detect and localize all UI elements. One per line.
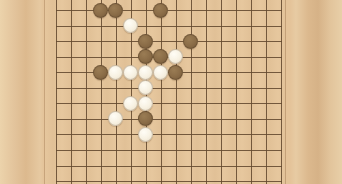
grid-line-vertical: [236, 0, 237, 184]
grid-line-horizontal: [56, 10, 283, 11]
grid-line-vertical: [191, 0, 192, 184]
grid-line-horizontal: [56, 134, 283, 135]
stone-white[interactable]: [138, 80, 153, 95]
grid-line-horizontal: [56, 119, 283, 120]
grid-line-horizontal: [56, 166, 283, 167]
grid-line-vertical: [116, 0, 117, 184]
stone-white[interactable]: [138, 127, 153, 142]
grid-line-vertical: [221, 0, 222, 184]
stone-dark[interactable]: [93, 3, 108, 18]
table-background: [0, 0, 342, 184]
stone-dark[interactable]: [108, 3, 123, 18]
grid-line-vertical: [101, 0, 102, 184]
stone-dark[interactable]: [153, 49, 168, 64]
grid-line-vertical: [206, 0, 207, 184]
stone-dark[interactable]: [168, 65, 183, 80]
stone-white[interactable]: [153, 65, 168, 80]
grid-line-vertical: [176, 0, 177, 184]
grid-line-horizontal: [56, 26, 283, 27]
stone-white[interactable]: [123, 96, 138, 111]
stone-white[interactable]: [138, 65, 153, 80]
stone-dark[interactable]: [138, 49, 153, 64]
grid-line-vertical: [71, 0, 72, 184]
stone-white[interactable]: [123, 65, 138, 80]
grid-line-horizontal: [56, 150, 283, 151]
stone-white[interactable]: [108, 65, 123, 80]
stone-dark[interactable]: [183, 34, 198, 49]
stone-white[interactable]: [168, 49, 183, 64]
grid-line-horizontal: [56, 181, 283, 182]
stone-white[interactable]: [108, 111, 123, 126]
grid-line-horizontal: [56, 41, 283, 42]
grid-line-vertical: [281, 0, 282, 184]
grid-line-vertical: [161, 0, 162, 184]
stone-dark[interactable]: [153, 3, 168, 18]
stone-dark[interactable]: [138, 111, 153, 126]
grid-line-horizontal: [56, 103, 283, 104]
grid-line-vertical: [56, 0, 57, 184]
grid-line-vertical: [266, 0, 267, 184]
grid-line-horizontal: [56, 88, 283, 89]
grid-line-vertical: [86, 0, 87, 184]
stone-white[interactable]: [138, 96, 153, 111]
stone-white[interactable]: [123, 18, 138, 33]
stone-dark[interactable]: [93, 65, 108, 80]
grid-line-vertical: [251, 0, 252, 184]
go-board[interactable]: [44, 0, 286, 184]
stone-dark[interactable]: [138, 34, 153, 49]
